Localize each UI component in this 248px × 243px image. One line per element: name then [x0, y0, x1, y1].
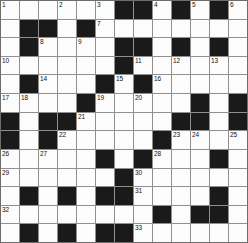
black-cell-r7c10	[172, 113, 190, 131]
black-cell-r9c12	[210, 150, 228, 168]
white-cell-r12c13[interactable]	[229, 206, 247, 224]
crossword-puzzle: 1234567891011121314151617181920212223242…	[0, 0, 248, 243]
white-cell-r1c1[interactable]: 1	[1, 1, 19, 19]
clue-number-15: 15	[116, 75, 123, 82]
white-cell-r13c1[interactable]	[1, 224, 19, 242]
white-cell-r6c4[interactable]	[58, 94, 76, 112]
white-cell-r3c5[interactable]: 9	[77, 38, 95, 56]
white-cell-r11c10[interactable]	[172, 187, 190, 205]
black-cell-r5c8	[134, 75, 152, 93]
white-cell-r2c1[interactable]	[1, 20, 19, 38]
white-cell-r9c2[interactable]	[20, 150, 38, 168]
black-cell-r2c2	[20, 20, 38, 38]
white-cell-r3c1[interactable]	[1, 38, 19, 56]
white-cell-r10c11[interactable]	[191, 169, 209, 187]
white-cell-r2c7[interactable]	[115, 20, 133, 38]
clue-number-19: 19	[97, 94, 104, 101]
white-cell-r5c5[interactable]	[77, 75, 95, 93]
black-cell-r11c6	[96, 187, 114, 205]
black-cell-r6c13	[229, 94, 247, 112]
clue-number-10: 10	[2, 57, 9, 64]
white-cell-r12c10[interactable]	[172, 206, 190, 224]
black-cell-r4c7	[115, 57, 133, 75]
black-cell-r3c7	[115, 38, 133, 56]
white-cell-r4c1[interactable]: 10	[1, 57, 19, 75]
black-cell-r9c8	[134, 150, 152, 168]
white-cell-r11c8[interactable]: 31	[134, 187, 152, 205]
white-cell-r6c3[interactable]	[39, 94, 57, 112]
white-cell-r8c7[interactable]	[115, 131, 133, 149]
white-cell-r10c1[interactable]: 29	[1, 169, 19, 187]
white-cell-r4c10[interactable]: 12	[172, 57, 190, 75]
white-cell-r11c11[interactable]	[191, 187, 209, 205]
clue-number-23: 23	[173, 131, 180, 138]
black-cell-r3c2	[20, 38, 38, 56]
black-cell-r7c4	[58, 113, 76, 131]
clue-number-26: 26	[2, 150, 9, 157]
white-cell-r5c7[interactable]: 15	[115, 75, 133, 93]
black-cell-r12c9	[153, 206, 171, 224]
white-cell-r13c8[interactable]: 33	[134, 224, 152, 242]
black-cell-r1c8	[134, 1, 152, 19]
white-cell-r2c12[interactable]	[210, 20, 228, 38]
clue-number-3: 3	[97, 1, 100, 8]
white-cell-r9c1[interactable]: 26	[1, 150, 19, 168]
white-cell-r10c12[interactable]	[210, 169, 228, 187]
black-cell-r8c1	[1, 131, 19, 149]
clue-number-5: 5	[192, 1, 195, 8]
white-cell-r7c6[interactable]	[96, 113, 114, 131]
white-cell-r6c10[interactable]	[172, 94, 190, 112]
black-cell-r1c10	[172, 1, 190, 19]
white-cell-r12c6[interactable]	[96, 206, 114, 224]
white-cell-r13c3[interactable]	[39, 224, 57, 242]
clue-number-16: 16	[154, 75, 161, 82]
black-cell-r12c12	[210, 206, 228, 224]
white-cell-r6c9[interactable]	[153, 94, 171, 112]
white-cell-r8c6[interactable]	[96, 131, 114, 149]
clue-number-20: 20	[135, 94, 142, 101]
black-cell-r12c11	[191, 206, 209, 224]
black-cell-r1c7	[115, 1, 133, 19]
white-cell-r7c7[interactable]	[115, 113, 133, 131]
clue-number-33: 33	[135, 224, 142, 231]
white-cell-r7c9[interactable]	[153, 113, 171, 131]
white-cell-r5c1[interactable]	[1, 75, 19, 93]
black-cell-r3c12	[210, 38, 228, 56]
clue-number-4: 4	[154, 1, 157, 8]
white-cell-r1c6[interactable]: 3	[96, 1, 114, 19]
white-cell-r2c13[interactable]	[229, 20, 247, 38]
white-cell-r9c10[interactable]	[172, 150, 190, 168]
white-cell-r12c2[interactable]	[20, 206, 38, 224]
white-cell-r12c8[interactable]	[134, 206, 152, 224]
clue-number-17: 17	[2, 94, 9, 101]
white-cell-r11c13[interactable]	[229, 187, 247, 205]
black-cell-r11c4	[58, 187, 76, 205]
white-cell-r13c9[interactable]	[153, 224, 171, 242]
white-cell-r4c5[interactable]	[77, 57, 95, 75]
white-cell-r7c5[interactable]: 21	[77, 113, 95, 131]
white-cell-r6c7[interactable]	[115, 94, 133, 112]
black-cell-r8c3	[39, 131, 57, 149]
white-cell-r12c3[interactable]	[39, 206, 57, 224]
white-cell-r2c6[interactable]: 7	[96, 20, 114, 38]
white-cell-r6c1[interactable]: 17	[1, 94, 19, 112]
black-cell-r13c6	[96, 224, 114, 242]
white-cell-r4c12[interactable]: 13	[210, 57, 228, 75]
clue-number-25: 25	[230, 131, 237, 138]
white-cell-r8c11[interactable]: 24	[191, 131, 209, 149]
white-cell-r5c11[interactable]	[191, 75, 209, 93]
white-cell-r3c3[interactable]: 8	[39, 38, 57, 56]
clue-number-24: 24	[192, 131, 199, 138]
white-cell-r5c3[interactable]: 14	[39, 75, 57, 93]
white-cell-r5c10[interactable]	[172, 75, 190, 93]
clue-number-1: 1	[2, 1, 5, 8]
black-cell-r5c6	[96, 75, 114, 93]
white-cell-r4c6[interactable]	[96, 57, 114, 75]
white-cell-r1c2[interactable]	[20, 1, 38, 19]
white-cell-r12c5[interactable]	[77, 206, 95, 224]
white-cell-r5c13[interactable]	[229, 75, 247, 93]
white-cell-r4c8[interactable]: 11	[134, 57, 152, 75]
white-cell-r13c10[interactable]	[172, 224, 190, 242]
black-cell-r13c2	[20, 224, 38, 242]
clue-number-29: 29	[2, 169, 9, 176]
black-cell-r10c7	[115, 169, 133, 187]
white-cell-r7c12[interactable]	[210, 113, 228, 131]
white-cell-r1c5[interactable]	[77, 1, 95, 19]
white-cell-r4c4[interactable]	[58, 57, 76, 75]
white-cell-r10c10[interactable]	[172, 169, 190, 187]
white-cell-r3c11[interactable]	[191, 38, 209, 56]
clue-number-21: 21	[78, 113, 85, 120]
white-cell-r8c8[interactable]	[134, 131, 152, 149]
white-cell-r4c13[interactable]	[229, 57, 247, 75]
black-cell-r7c3	[39, 113, 57, 131]
white-cell-r9c11[interactable]	[191, 150, 209, 168]
white-cell-r6c2[interactable]: 18	[20, 94, 38, 112]
clue-number-31: 31	[135, 187, 142, 194]
white-cell-r8c2[interactable]	[20, 131, 38, 149]
clue-number-8: 8	[40, 38, 43, 45]
white-cell-r10c6[interactable]	[96, 169, 114, 187]
white-cell-r6c6[interactable]: 19	[96, 94, 114, 112]
clue-number-32: 32	[2, 206, 9, 213]
white-cell-r5c4[interactable]	[58, 75, 76, 93]
clue-number-14: 14	[40, 75, 47, 82]
white-cell-r9c13[interactable]	[229, 150, 247, 168]
white-cell-r12c7[interactable]	[115, 206, 133, 224]
white-cell-r13c11[interactable]	[191, 224, 209, 242]
white-cell-r2c4[interactable]	[58, 20, 76, 38]
white-cell-r10c5[interactable]	[77, 169, 95, 187]
white-cell-r7c2[interactable]	[20, 113, 38, 131]
black-cell-r2c5	[77, 20, 95, 38]
white-cell-r9c5[interactable]	[77, 150, 95, 168]
clue-number-18: 18	[21, 94, 28, 101]
black-cell-r11c12	[210, 187, 228, 205]
clue-number-27: 27	[40, 150, 47, 157]
white-cell-r4c3[interactable]	[39, 57, 57, 75]
clue-number-22: 22	[59, 131, 66, 138]
white-cell-r4c2[interactable]	[20, 57, 38, 75]
white-cell-r2c11[interactable]	[191, 20, 209, 38]
white-cell-r10c8[interactable]: 30	[134, 169, 152, 187]
white-cell-r10c4[interactable]	[58, 169, 76, 187]
white-cell-r2c9[interactable]	[153, 20, 171, 38]
clue-number-6: 6	[230, 1, 233, 8]
white-cell-r8c5[interactable]	[77, 131, 95, 149]
white-cell-r10c13[interactable]	[229, 169, 247, 187]
white-cell-r8c10[interactable]: 23	[172, 131, 190, 149]
clue-number-2: 2	[59, 1, 62, 8]
white-cell-r1c9[interactable]: 4	[153, 1, 171, 19]
white-cell-r10c2[interactable]	[20, 169, 38, 187]
white-cell-r3c13[interactable]	[229, 38, 247, 56]
black-cell-r9c6	[96, 150, 114, 168]
black-cell-r6c11	[191, 94, 209, 112]
white-cell-r11c3[interactable]	[39, 187, 57, 205]
clue-number-11: 11	[135, 57, 141, 64]
clue-number-28: 28	[154, 150, 161, 157]
white-cell-r12c4[interactable]	[58, 206, 76, 224]
black-cell-r8c9	[153, 131, 171, 149]
white-cell-r13c5[interactable]	[77, 224, 95, 242]
white-cell-r11c5[interactable]	[77, 187, 95, 205]
white-cell-r4c11[interactable]	[191, 57, 209, 75]
white-cell-r6c12[interactable]	[210, 94, 228, 112]
white-cell-r3c9[interactable]	[153, 38, 171, 56]
black-cell-r2c3	[39, 20, 57, 38]
white-cell-r1c4[interactable]: 2	[58, 1, 76, 19]
white-cell-r2c8[interactable]	[134, 20, 152, 38]
white-cell-r9c7[interactable]	[115, 150, 133, 168]
black-cell-r11c7	[115, 187, 133, 205]
white-cell-r3c4[interactable]	[58, 38, 76, 56]
black-cell-r5c2	[20, 75, 38, 93]
black-cell-r1c12	[210, 1, 228, 19]
white-cell-r6c8[interactable]: 20	[134, 94, 152, 112]
white-cell-r11c1[interactable]	[1, 187, 19, 205]
white-cell-r10c9[interactable]	[153, 169, 171, 187]
white-cell-r11c9[interactable]	[153, 187, 171, 205]
black-cell-r11c2	[20, 187, 38, 205]
clue-number-9: 9	[78, 38, 81, 45]
white-cell-r13c12[interactable]	[210, 224, 228, 242]
clue-number-13: 13	[211, 57, 218, 64]
white-cell-r8c13[interactable]: 25	[229, 131, 247, 149]
white-cell-r9c3[interactable]: 27	[39, 150, 57, 168]
black-cell-r13c4	[58, 224, 76, 242]
black-cell-r7c13	[229, 113, 247, 131]
white-cell-r1c11[interactable]: 5	[191, 1, 209, 19]
white-cell-r7c8[interactable]	[134, 113, 152, 131]
clue-number-30: 30	[135, 169, 142, 176]
black-cell-r3c8	[134, 38, 152, 56]
white-cell-r5c9[interactable]: 16	[153, 75, 171, 93]
black-cell-r7c1	[1, 113, 19, 131]
white-cell-r9c4[interactable]	[58, 150, 76, 168]
white-cell-r12c1[interactable]: 32	[1, 206, 19, 224]
white-cell-r8c4[interactable]: 22	[58, 131, 76, 149]
black-cell-r7c11	[191, 113, 209, 131]
black-cell-r13c7	[115, 224, 133, 242]
white-cell-r5c12[interactable]	[210, 75, 228, 93]
white-cell-r13c13[interactable]	[229, 224, 247, 242]
white-cell-r2c10[interactable]	[172, 20, 190, 38]
black-cell-r6c5	[77, 94, 95, 112]
white-cell-r4c9[interactable]	[153, 57, 171, 75]
white-cell-r1c3[interactable]	[39, 1, 57, 19]
white-cell-r10c3[interactable]	[39, 169, 57, 187]
crossword-grid: 1234567891011121314151617181920212223242…	[0, 0, 248, 243]
black-cell-r3c10	[172, 38, 190, 56]
clue-number-7: 7	[97, 20, 100, 27]
clue-number-12: 12	[173, 57, 180, 64]
white-cell-r9c9[interactable]: 28	[153, 150, 171, 168]
white-cell-r8c12[interactable]	[210, 131, 228, 149]
white-cell-r1c13[interactable]: 6	[229, 1, 247, 19]
white-cell-r3c6[interactable]	[96, 38, 114, 56]
